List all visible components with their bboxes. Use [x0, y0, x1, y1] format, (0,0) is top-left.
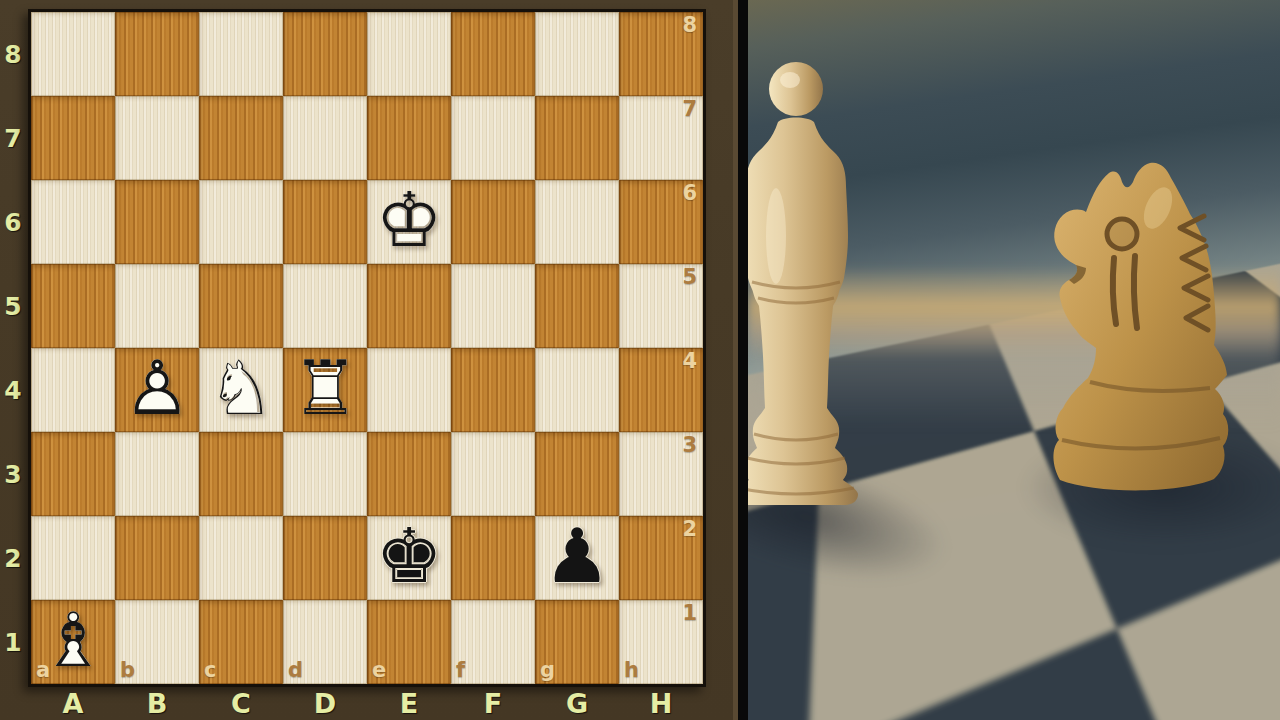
piece-black-king-e2[interactable]: ♚ [367, 516, 451, 600]
frame-rank-label-6: 6 [0, 180, 26, 264]
frame-rank-label-1: 1 [0, 600, 26, 684]
square-g6[interactable] [535, 180, 619, 264]
square-e6[interactable]: ♚♔ [367, 180, 451, 264]
chess-photo-panel [748, 0, 1280, 720]
square-f4[interactable] [451, 348, 535, 432]
square-a3[interactable] [31, 432, 115, 516]
square-file-coord: d [288, 660, 303, 681]
square-f2[interactable] [451, 516, 535, 600]
piece-white-rook-d4[interactable]: ♜♖ [283, 348, 367, 432]
square-g7[interactable] [535, 96, 619, 180]
square-rank-coord: 2 [682, 519, 697, 540]
frame-rank-label-8: 8 [0, 12, 26, 96]
piece-white-knight-c4[interactable]: ♞♘ [199, 348, 283, 432]
square-e5[interactable] [367, 264, 451, 348]
square-b3[interactable] [115, 432, 199, 516]
square-h4[interactable]: 4 [619, 348, 703, 432]
frame-file-label-E: E [367, 687, 451, 720]
square-c2[interactable] [199, 516, 283, 600]
square-file-coord: g [540, 660, 555, 681]
square-f6[interactable] [451, 180, 535, 264]
square-f1[interactable]: f [451, 600, 535, 684]
square-b7[interactable] [115, 96, 199, 180]
square-d2[interactable] [283, 516, 367, 600]
panel-divider [738, 0, 748, 720]
square-rank-coord: 7 [682, 99, 697, 120]
square-rank-coord: 5 [682, 267, 697, 288]
square-rank-coord: 6 [682, 183, 697, 204]
frame-file-label-G: G [535, 687, 619, 720]
square-c7[interactable] [199, 96, 283, 180]
square-a4[interactable] [31, 348, 115, 432]
square-c5[interactable] [199, 264, 283, 348]
square-b6[interactable] [115, 180, 199, 264]
square-d1[interactable]: d [283, 600, 367, 684]
square-h7[interactable]: 7 [619, 96, 703, 180]
frame-file-label-D: D [283, 687, 367, 720]
square-h6[interactable]: 6 [619, 180, 703, 264]
wooden-knight-piece [1038, 148, 1238, 500]
square-h5[interactable]: 5 [619, 264, 703, 348]
square-e4[interactable] [367, 348, 451, 432]
square-f8[interactable] [451, 12, 535, 96]
square-a2[interactable] [31, 516, 115, 600]
square-a6[interactable] [31, 180, 115, 264]
square-e8[interactable] [367, 12, 451, 96]
square-b4[interactable]: ♟♙ [115, 348, 199, 432]
square-e2[interactable]: ♚ [367, 516, 451, 600]
square-d3[interactable] [283, 432, 367, 516]
square-b1[interactable]: b [115, 600, 199, 684]
square-c1[interactable]: c [199, 600, 283, 684]
wooden-queen-piece [748, 56, 864, 508]
chess-board: 87♚♔65♟♙♞♘♜♖43♚♟2a♝♗bcdefg1h [28, 9, 706, 687]
square-d4[interactable]: ♜♖ [283, 348, 367, 432]
square-h2[interactable]: 2 [619, 516, 703, 600]
square-e1[interactable]: e [367, 600, 451, 684]
piece-white-pawn-b4[interactable]: ♟♙ [115, 348, 199, 432]
piece-black-pawn-g2[interactable]: ♟ [535, 516, 619, 600]
frame-file-label-F: F [451, 687, 535, 720]
square-f3[interactable] [451, 432, 535, 516]
square-f5[interactable] [451, 264, 535, 348]
frame-file-label-H: H [619, 687, 703, 720]
square-c8[interactable] [199, 12, 283, 96]
square-h1[interactable]: 1h [619, 600, 703, 684]
frame-rank-label-4: 4 [0, 348, 26, 432]
square-a7[interactable] [31, 96, 115, 180]
frame-rank-label-5: 5 [0, 264, 26, 348]
frame-file-label-B: B [115, 687, 199, 720]
square-a5[interactable] [31, 264, 115, 348]
square-c6[interactable] [199, 180, 283, 264]
square-g3[interactable] [535, 432, 619, 516]
square-h3[interactable]: 3 [619, 432, 703, 516]
square-d6[interactable] [283, 180, 367, 264]
square-d8[interactable] [283, 12, 367, 96]
square-g5[interactable] [535, 264, 619, 348]
square-e7[interactable] [367, 96, 451, 180]
piece-white-king-e6[interactable]: ♚♔ [367, 180, 451, 264]
frame-rank-label-7: 7 [0, 96, 26, 180]
square-d7[interactable] [283, 96, 367, 180]
square-b2[interactable] [115, 516, 199, 600]
square-g8[interactable] [535, 12, 619, 96]
frame-file-label-A: A [31, 687, 115, 720]
square-file-coord: c [204, 660, 216, 681]
square-rank-coord: 3 [682, 435, 697, 456]
frame-rank-label-2: 2 [0, 516, 26, 600]
square-f7[interactable] [451, 96, 535, 180]
square-c4[interactable]: ♞♘ [199, 348, 283, 432]
chess-diagram-panel: 87654321 87♚♔65♟♙♞♘♜♖43♚♟2a♝♗bcdefg1h AB… [0, 0, 738, 720]
square-b5[interactable] [115, 264, 199, 348]
frame-rank-label-3: 3 [0, 432, 26, 516]
screenshot-root: 87654321 87♚♔65♟♙♞♘♜♖43♚♟2a♝♗bcdefg1h AB… [0, 0, 1280, 720]
square-d5[interactable] [283, 264, 367, 348]
square-rank-coord: 8 [682, 15, 697, 36]
square-rank-coord: 1 [682, 603, 697, 624]
piece-white-bishop-a1[interactable]: ♝♗ [31, 600, 115, 684]
square-c3[interactable] [199, 432, 283, 516]
square-rank-coord: 4 [682, 351, 697, 372]
square-a1[interactable]: a♝♗ [31, 600, 115, 684]
square-file-coord: e [372, 660, 386, 681]
square-h8[interactable]: 8 [619, 12, 703, 96]
square-b8[interactable] [115, 12, 199, 96]
square-g4[interactable] [535, 348, 619, 432]
square-g2[interactable]: ♟ [535, 516, 619, 600]
square-e3[interactable] [367, 432, 451, 516]
frame-file-label-C: C [199, 687, 283, 720]
square-a8[interactable] [31, 12, 115, 96]
square-file-coord: h [624, 660, 639, 681]
square-file-coord: b [120, 660, 135, 681]
square-file-coord: f [456, 660, 465, 681]
square-g1[interactable]: g [535, 600, 619, 684]
